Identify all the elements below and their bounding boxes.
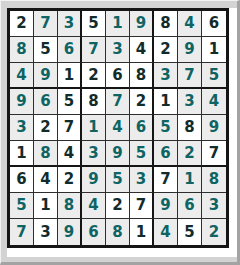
cell-r8c8[interactable]: 6 bbox=[178, 193, 202, 219]
cell-r2c7[interactable]: 2 bbox=[154, 37, 178, 63]
cell-r1c8[interactable]: 4 bbox=[178, 11, 202, 37]
cell-r4c6[interactable]: 2 bbox=[130, 89, 154, 115]
cell-r1c3[interactable]: 3 bbox=[58, 11, 82, 37]
cell-r2c6[interactable]: 4 bbox=[130, 37, 154, 63]
cell-r9c6[interactable]: 1 bbox=[130, 219, 154, 245]
cell-r6c5[interactable]: 9 bbox=[106, 141, 130, 167]
cell-r7c7[interactable]: 7 bbox=[154, 167, 178, 193]
cell-r5c7[interactable]: 5 bbox=[154, 115, 178, 141]
cell-r5c4[interactable]: 1 bbox=[82, 115, 106, 141]
cell-r7c5[interactable]: 5 bbox=[106, 167, 130, 193]
board-matte: 2735198468567342914912683759658721343271… bbox=[7, 8, 237, 257]
cell-r5c9[interactable]: 9 bbox=[202, 115, 226, 141]
cell-r7c2[interactable]: 4 bbox=[34, 167, 58, 193]
cell-r8c9[interactable]: 3 bbox=[202, 193, 226, 219]
cell-r7c6[interactable]: 3 bbox=[130, 167, 154, 193]
cell-r6c3[interactable]: 4 bbox=[58, 141, 82, 167]
cell-r2c8[interactable]: 9 bbox=[178, 37, 202, 63]
cell-r6c2[interactable]: 8 bbox=[34, 141, 58, 167]
cell-r5c6[interactable]: 6 bbox=[130, 115, 154, 141]
cell-r5c8[interactable]: 8 bbox=[178, 115, 202, 141]
cell-r8c7[interactable]: 9 bbox=[154, 193, 178, 219]
cell-r6c4[interactable]: 3 bbox=[82, 141, 106, 167]
cell-r2c4[interactable]: 7 bbox=[82, 37, 106, 63]
cell-r1c9[interactable]: 6 bbox=[202, 11, 226, 37]
cell-r2c3[interactable]: 6 bbox=[58, 37, 82, 63]
cell-r1c2[interactable]: 7 bbox=[34, 11, 58, 37]
cell-r4c9[interactable]: 4 bbox=[202, 89, 226, 115]
cell-r3c2[interactable]: 9 bbox=[34, 63, 58, 89]
cell-r9c8[interactable]: 5 bbox=[178, 219, 202, 245]
cell-r9c7[interactable]: 4 bbox=[154, 219, 178, 245]
cell-r9c1[interactable]: 7 bbox=[10, 219, 34, 245]
cell-r3c8[interactable]: 7 bbox=[178, 63, 202, 89]
cell-r9c4[interactable]: 6 bbox=[82, 219, 106, 245]
cell-r2c9[interactable]: 1 bbox=[202, 37, 226, 63]
cell-r3c5[interactable]: 6 bbox=[106, 63, 130, 89]
cell-r6c1[interactable]: 1 bbox=[10, 141, 34, 167]
cell-r7c9[interactable]: 8 bbox=[202, 167, 226, 193]
cell-r4c7[interactable]: 1 bbox=[154, 89, 178, 115]
cell-r3c3[interactable]: 1 bbox=[58, 63, 82, 89]
cell-r9c9[interactable]: 2 bbox=[202, 219, 226, 245]
cell-r3c9[interactable]: 5 bbox=[202, 63, 226, 89]
cell-r7c3[interactable]: 2 bbox=[58, 167, 82, 193]
cell-r2c5[interactable]: 3 bbox=[106, 37, 130, 63]
cell-r1c4[interactable]: 5 bbox=[82, 11, 106, 37]
cell-r9c3[interactable]: 9 bbox=[58, 219, 82, 245]
cell-r5c3[interactable]: 7 bbox=[58, 115, 82, 141]
cell-r1c7[interactable]: 8 bbox=[154, 11, 178, 37]
cell-r1c1[interactable]: 2 bbox=[10, 11, 34, 37]
cell-r2c2[interactable]: 5 bbox=[34, 37, 58, 63]
cell-r3c6[interactable]: 8 bbox=[130, 63, 154, 89]
cell-r9c5[interactable]: 8 bbox=[106, 219, 130, 245]
cell-r4c1[interactable]: 9 bbox=[10, 89, 34, 115]
cell-r2c1[interactable]: 8 bbox=[10, 37, 34, 63]
cell-r5c2[interactable]: 2 bbox=[34, 115, 58, 141]
cell-r7c1[interactable]: 6 bbox=[10, 167, 34, 193]
cell-r1c6[interactable]: 9 bbox=[130, 11, 154, 37]
cell-r6c9[interactable]: 7 bbox=[202, 141, 226, 167]
cell-r5c1[interactable]: 3 bbox=[10, 115, 34, 141]
cell-r3c7[interactable]: 3 bbox=[154, 63, 178, 89]
cell-r4c2[interactable]: 6 bbox=[34, 89, 58, 115]
cell-r6c6[interactable]: 5 bbox=[130, 141, 154, 167]
sudoku-board: 2735198468567342914912683759658721343271… bbox=[7, 8, 229, 248]
cell-r8c6[interactable]: 7 bbox=[130, 193, 154, 219]
cell-r8c5[interactable]: 2 bbox=[106, 193, 130, 219]
sudoku-panel: 2735198468567342914912683759658721343271… bbox=[0, 0, 240, 265]
cell-r4c4[interactable]: 8 bbox=[82, 89, 106, 115]
cell-r4c5[interactable]: 7 bbox=[106, 89, 130, 115]
cell-r7c4[interactable]: 9 bbox=[82, 167, 106, 193]
cell-r8c2[interactable]: 1 bbox=[34, 193, 58, 219]
cell-r8c3[interactable]: 8 bbox=[58, 193, 82, 219]
cell-r9c2[interactable]: 3 bbox=[34, 219, 58, 245]
cell-r6c7[interactable]: 6 bbox=[154, 141, 178, 167]
cell-r6c8[interactable]: 2 bbox=[178, 141, 202, 167]
cell-r7c8[interactable]: 1 bbox=[178, 167, 202, 193]
cell-r5c5[interactable]: 4 bbox=[106, 115, 130, 141]
cell-r4c8[interactable]: 3 bbox=[178, 89, 202, 115]
cell-r3c1[interactable]: 4 bbox=[10, 63, 34, 89]
cell-r8c1[interactable]: 5 bbox=[10, 193, 34, 219]
cell-r3c4[interactable]: 2 bbox=[82, 63, 106, 89]
cell-r1c5[interactable]: 1 bbox=[106, 11, 130, 37]
cell-r8c4[interactable]: 4 bbox=[82, 193, 106, 219]
cell-r4c3[interactable]: 5 bbox=[58, 89, 82, 115]
